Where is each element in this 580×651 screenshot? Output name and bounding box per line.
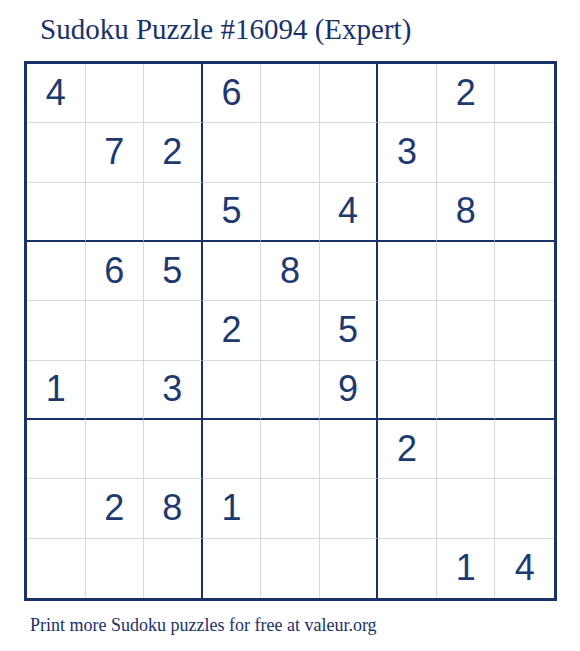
sudoku-cell: 2 — [437, 64, 496, 123]
sudoku-grid: 46272354865825139228114 — [24, 61, 557, 601]
sudoku-cell — [320, 123, 379, 182]
sudoku-cell — [203, 420, 262, 479]
sudoku-cell — [86, 183, 145, 242]
sudoku-cell: 4 — [27, 64, 86, 123]
sudoku-cell: 6 — [203, 64, 262, 123]
sudoku-cell — [261, 123, 320, 182]
sudoku-cell — [437, 301, 496, 360]
sudoku-cell — [203, 242, 262, 301]
sudoku-cell — [437, 420, 496, 479]
sudoku-cell: 4 — [320, 183, 379, 242]
sudoku-cell — [320, 539, 379, 598]
sudoku-cell — [495, 183, 554, 242]
sudoku-cell — [144, 301, 203, 360]
sudoku-cell — [144, 420, 203, 479]
sudoku-cell — [203, 123, 262, 182]
sudoku-cell: 2 — [203, 301, 262, 360]
sudoku-cell — [86, 301, 145, 360]
footer-text: Print more Sudoku puzzles for free at va… — [30, 615, 377, 637]
sudoku-cell — [144, 183, 203, 242]
sudoku-cell — [495, 301, 554, 360]
sudoku-cell — [27, 242, 86, 301]
sudoku-cell — [320, 479, 379, 538]
sudoku-cell — [27, 479, 86, 538]
sudoku-cell — [320, 242, 379, 301]
sudoku-cell: 3 — [144, 361, 203, 420]
sudoku-cell — [27, 183, 86, 242]
sudoku-cell: 2 — [144, 123, 203, 182]
sudoku-cell — [261, 539, 320, 598]
sudoku-cell: 7 — [86, 123, 145, 182]
sudoku-cell — [378, 242, 437, 301]
sudoku-cell — [437, 242, 496, 301]
sudoku-cell — [437, 123, 496, 182]
sudoku-cell — [86, 361, 145, 420]
sudoku-cell: 6 — [86, 242, 145, 301]
sudoku-cell — [144, 539, 203, 598]
sudoku-cell: 5 — [203, 183, 262, 242]
sudoku-cell — [27, 420, 86, 479]
sudoku-cell — [495, 123, 554, 182]
sudoku-cell: 8 — [437, 183, 496, 242]
sudoku-cell: 9 — [320, 361, 379, 420]
sudoku-cell: 1 — [27, 361, 86, 420]
sudoku-cell: 1 — [203, 479, 262, 538]
sudoku-cell — [378, 183, 437, 242]
sudoku-cell — [378, 539, 437, 598]
sudoku-cell — [495, 64, 554, 123]
sudoku-cell — [495, 242, 554, 301]
sudoku-cell — [320, 420, 379, 479]
sudoku-cell — [320, 64, 379, 123]
sudoku-cell — [27, 301, 86, 360]
sudoku-cell: 8 — [261, 242, 320, 301]
sudoku-cell — [378, 361, 437, 420]
sudoku-cell — [261, 420, 320, 479]
sudoku-cell — [203, 361, 262, 420]
page-title: Sudoku Puzzle #16094 (Expert) — [40, 13, 411, 46]
sudoku-cell — [261, 301, 320, 360]
sudoku-cell — [495, 420, 554, 479]
sudoku-cell: 8 — [144, 479, 203, 538]
sudoku-cell: 3 — [378, 123, 437, 182]
sudoku-cell: 5 — [320, 301, 379, 360]
sudoku-cell — [378, 301, 437, 360]
sudoku-cell — [437, 479, 496, 538]
sudoku-cell — [495, 479, 554, 538]
sudoku-cell: 5 — [144, 242, 203, 301]
sudoku-cell — [86, 420, 145, 479]
sudoku-cell — [86, 539, 145, 598]
sudoku-cell: 1 — [437, 539, 496, 598]
sudoku-cell — [144, 64, 203, 123]
sudoku-cell — [378, 64, 437, 123]
sudoku-cell — [27, 539, 86, 598]
sudoku-cell — [378, 479, 437, 538]
sudoku-cell: 2 — [378, 420, 437, 479]
sudoku-cell: 4 — [495, 539, 554, 598]
sudoku-cell — [27, 123, 86, 182]
sudoku-cell — [261, 183, 320, 242]
sudoku-cell — [437, 361, 496, 420]
sudoku-cell — [261, 479, 320, 538]
sudoku-cell — [203, 539, 262, 598]
sudoku-cell — [261, 361, 320, 420]
sudoku-cell — [495, 361, 554, 420]
sudoku-cell — [86, 64, 145, 123]
sudoku-cell: 2 — [86, 479, 145, 538]
sudoku-cell — [261, 64, 320, 123]
